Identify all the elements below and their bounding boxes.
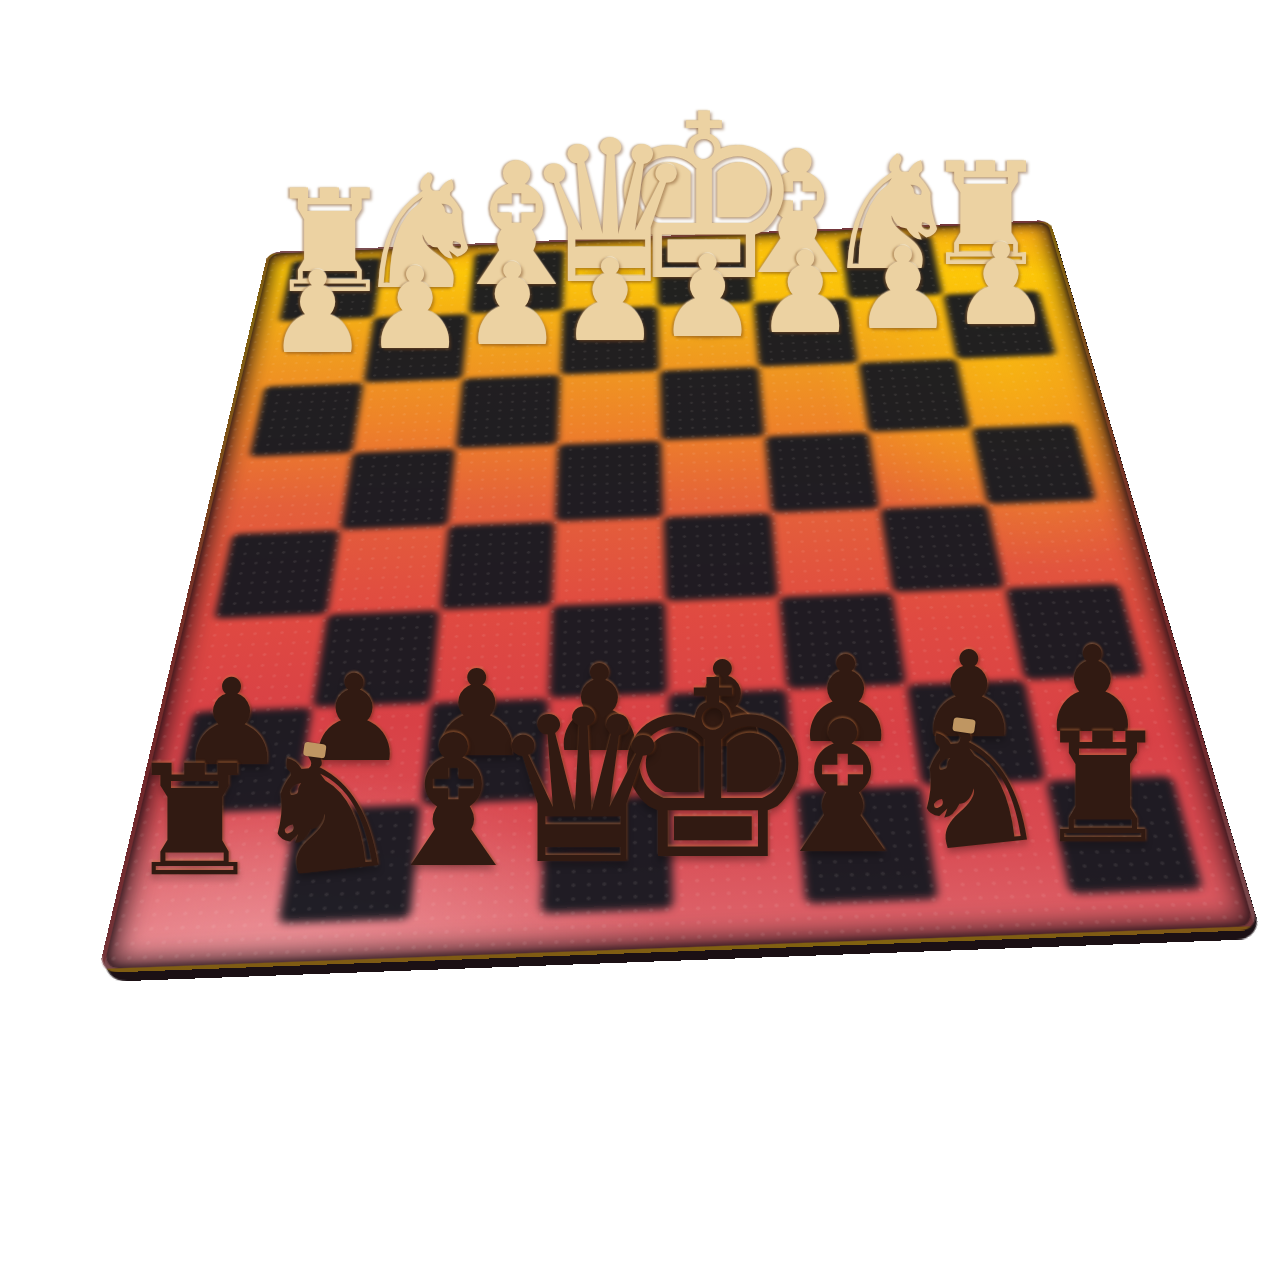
square-r6c5-black[interactable] [660,366,765,440]
black-rook[interactable]: ♜ [127,746,264,898]
photo-scene: ♜♞♝♛♚♝♞♜♟♟♟♟♟♟♟♟♟♟♟♟♟♟♟♟♜♞♝♛♚♝♞♜ [0,0,1280,1280]
square-r5c3-red[interactable] [448,445,559,526]
square-r5c4-black[interactable] [555,441,663,522]
square-r4c8-red[interactable] [988,500,1119,588]
square-r5c8-black[interactable] [972,424,1097,504]
white-pawn[interactable]: ♟ [364,253,466,366]
white-pawn[interactable]: ♟ [657,241,759,354]
square-r6c7-black[interactable] [858,358,972,432]
square-r6c4-red[interactable] [558,370,661,444]
square-r4c4-red[interactable] [552,517,665,605]
square-r4c5-black[interactable] [663,513,778,601]
square-r5c7-red[interactable] [868,428,988,508]
white-pawn[interactable]: ♟ [950,230,1051,343]
black-rook[interactable]: ♜ [1035,712,1171,864]
square-r5c6-black[interactable] [765,432,880,513]
square-r4c7-black[interactable] [879,504,1005,592]
white-pawn[interactable]: ♟ [267,257,369,371]
chipped-wood-mark [303,742,327,759]
square-r6c6-red[interactable] [759,362,869,436]
white-pawn[interactable]: ♟ [462,249,564,362]
chipped-wood-mark [952,718,976,735]
square-r6c2-red[interactable] [352,378,462,452]
square-r4c1-black[interactable] [214,530,340,619]
white-pawn[interactable]: ♟ [754,237,856,350]
square-r4c3-black[interactable] [439,521,555,609]
square-r6c8-red[interactable] [957,355,1075,429]
square-r6c3-black[interactable] [455,374,561,448]
white-pawn[interactable]: ♟ [852,234,953,347]
white-pawn[interactable]: ♟ [559,245,661,358]
black-knight[interactable]: ♞ [240,720,408,904]
square-r6c1-black[interactable] [249,382,363,457]
square-r4c6-red[interactable] [771,509,892,597]
square-r4c2-red[interactable] [327,526,448,615]
square-r5c2-black[interactable] [340,449,455,530]
square-r5c5-red[interactable] [661,436,771,517]
square-r5c1-red[interactable] [232,453,352,534]
